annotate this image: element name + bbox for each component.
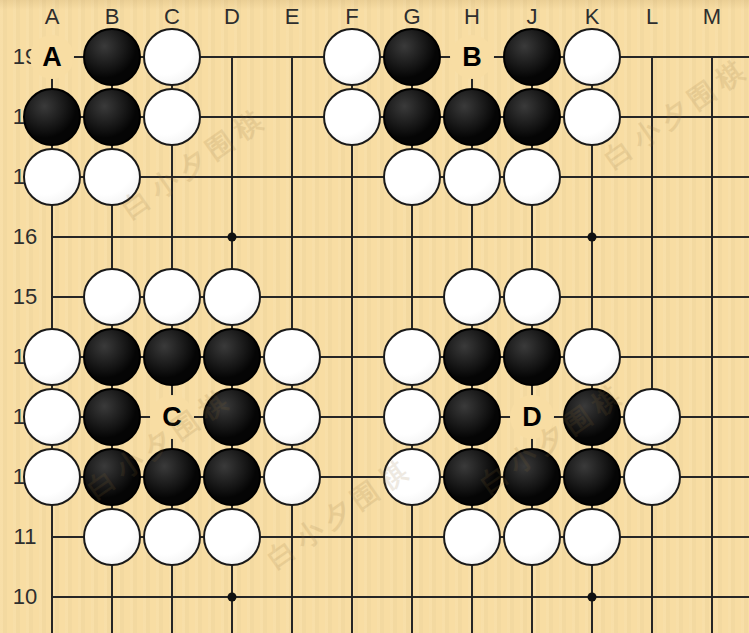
stone-white-a13: [23, 388, 81, 446]
col-label-j: J: [527, 4, 538, 30]
stone-white-h11: [443, 508, 501, 566]
star-point-k10: [588, 593, 597, 602]
stone-white-e13: [263, 388, 321, 446]
point-label-b: B: [450, 35, 494, 79]
stone-white-h15: [443, 268, 501, 326]
col-label-k: K: [585, 4, 600, 30]
col-label-b: B: [105, 4, 120, 30]
stone-white-a12: [23, 448, 81, 506]
stone-black-c14: [143, 328, 201, 386]
row-label-11: 11: [14, 524, 37, 550]
stone-white-b11: [83, 508, 141, 566]
stone-white-h17: [443, 148, 501, 206]
point-label-c: C: [150, 395, 194, 439]
stone-white-j11: [503, 508, 561, 566]
go-board-diagram: ABCDEFGHJKLM 19181716151413121110 ABCD 白…: [0, 0, 749, 633]
stone-black-d14: [203, 328, 261, 386]
stone-black-g18: [383, 88, 441, 146]
stone-white-d15: [203, 268, 261, 326]
stone-black-d13: [203, 388, 261, 446]
stone-white-k19: [563, 28, 621, 86]
stone-black-d12: [203, 448, 261, 506]
star-point-d10: [228, 593, 237, 602]
stone-white-g13: [383, 388, 441, 446]
point-label-a: A: [30, 35, 74, 79]
stone-black-j12: [503, 448, 561, 506]
col-label-l: L: [646, 4, 658, 30]
stone-black-h18: [443, 88, 501, 146]
stone-white-f18: [323, 88, 381, 146]
stone-white-j15: [503, 268, 561, 326]
stone-black-b18: [83, 88, 141, 146]
col-label-h: H: [464, 4, 480, 30]
stone-white-k14: [563, 328, 621, 386]
stone-black-h14: [443, 328, 501, 386]
stone-white-l13: [623, 388, 681, 446]
stone-white-k11: [563, 508, 621, 566]
col-label-f: F: [345, 4, 358, 30]
stone-white-g17: [383, 148, 441, 206]
stone-black-b19: [83, 28, 141, 86]
stone-white-c11: [143, 508, 201, 566]
col-label-d: D: [224, 4, 240, 30]
stone-white-g12: [383, 448, 441, 506]
col-label-c: C: [164, 4, 180, 30]
stone-black-h12: [443, 448, 501, 506]
stone-white-c18: [143, 88, 201, 146]
stone-white-e14: [263, 328, 321, 386]
col-label-a: A: [45, 4, 60, 30]
stone-black-b12: [83, 448, 141, 506]
stone-white-b17: [83, 148, 141, 206]
stone-black-g19: [383, 28, 441, 86]
stone-black-h13: [443, 388, 501, 446]
stone-white-j17: [503, 148, 561, 206]
stone-white-c19: [143, 28, 201, 86]
stone-white-c15: [143, 268, 201, 326]
star-point-k16: [588, 233, 597, 242]
row-label-16: 16: [13, 224, 37, 250]
stone-black-c12: [143, 448, 201, 506]
row-label-10: 10: [13, 584, 37, 610]
stone-black-k13: [563, 388, 621, 446]
col-label-m: M: [703, 4, 721, 30]
stone-white-a17: [23, 148, 81, 206]
stone-white-k18: [563, 88, 621, 146]
stone-white-l12: [623, 448, 681, 506]
stone-black-a18: [23, 88, 81, 146]
stone-black-k12: [563, 448, 621, 506]
col-label-g: G: [403, 4, 420, 30]
stone-white-a14: [23, 328, 81, 386]
stone-black-j18: [503, 88, 561, 146]
stone-white-g14: [383, 328, 441, 386]
row-label-15: 15: [13, 284, 37, 310]
stone-black-j14: [503, 328, 561, 386]
col-label-e: E: [285, 4, 300, 30]
stone-white-d11: [203, 508, 261, 566]
star-point-d16: [228, 233, 237, 242]
stone-white-f19: [323, 28, 381, 86]
stone-black-b13: [83, 388, 141, 446]
stone-black-j19: [503, 28, 561, 86]
stone-black-b14: [83, 328, 141, 386]
point-label-d: D: [510, 395, 554, 439]
stone-white-e12: [263, 448, 321, 506]
stone-white-b15: [83, 268, 141, 326]
